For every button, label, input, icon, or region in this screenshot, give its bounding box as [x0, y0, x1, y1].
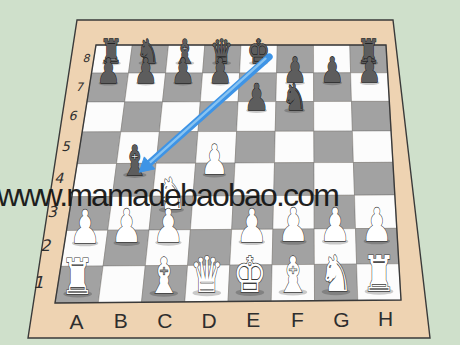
square-g4[interactable] — [314, 163, 355, 196]
square-g6[interactable] — [314, 101, 353, 131]
file-label-C: C — [157, 309, 172, 332]
piece-black-knight-f6[interactable]: ♞ — [282, 76, 307, 119]
file-label-G: G — [333, 308, 349, 331]
piece-white-rook-a1[interactable]: ♜ — [61, 247, 95, 304]
rank-label-4: 4 — [54, 170, 64, 186]
piece-white-rook-h1[interactable]: ♜ — [362, 245, 396, 302]
piece-white-pawn-d4[interactable]: ♟ — [200, 136, 228, 184]
chess-board: 87654321ABCDEFGH♜♞♝♛♚♜♟♟♟♟♟♟♟♟♞♝♟♞♟♟♟♟♟♟… — [0, 0, 460, 345]
rank-label-8: 8 — [83, 52, 91, 65]
piece-white-pawn-c2[interactable]: ♟ — [153, 199, 184, 253]
piece-white-bishop-c1[interactable]: ♝ — [147, 247, 181, 304]
piece-white-bishop-f1[interactable]: ♝ — [276, 245, 310, 302]
file-label-D: D — [202, 309, 217, 332]
square-h4[interactable] — [353, 162, 394, 195]
file-label-B: B — [114, 309, 128, 332]
piece-black-pawn-c7[interactable]: ♟ — [171, 51, 194, 90]
square-f5[interactable] — [275, 131, 315, 163]
piece-black-pawn-a7[interactable]: ♟ — [97, 51, 120, 90]
square-a6[interactable] — [82, 102, 125, 132]
square-b1[interactable] — [98, 266, 145, 303]
piece-white-pawn-f2[interactable]: ♟ — [278, 198, 309, 252]
chess-board-scene: 87654321ABCDEFGH♜♞♝♛♚♜♟♟♟♟♟♟♟♟♞♝♟♞♟♟♟♟♟♟… — [0, 0, 460, 345]
rank-label-1: 1 — [33, 273, 44, 292]
piece-black-pawn-e6[interactable]: ♟ — [244, 76, 269, 119]
square-h6[interactable] — [352, 101, 392, 131]
square-g5[interactable] — [314, 131, 354, 163]
file-label-A: A — [70, 310, 84, 333]
square-b6[interactable] — [121, 102, 163, 132]
file-label-F: F — [291, 308, 304, 331]
rank-label-5: 5 — [61, 139, 71, 154]
square-h5[interactable] — [352, 131, 393, 163]
square-a5[interactable] — [77, 132, 121, 164]
piece-black-pawn-h7[interactable]: ♟ — [358, 51, 381, 90]
rank-label-3: 3 — [47, 203, 58, 221]
square-a4[interactable] — [72, 164, 117, 197]
rank-label-2: 2 — [40, 236, 51, 255]
file-label-H: H — [378, 307, 393, 330]
piece-white-queen-d1[interactable]: ♛ — [190, 246, 224, 303]
file-label-E: E — [246, 308, 260, 331]
rank-label-6: 6 — [68, 108, 77, 123]
piece-black-pawn-b7[interactable]: ♟ — [134, 51, 157, 90]
square-d3[interactable] — [190, 196, 233, 230]
piece-white-knight-g1[interactable]: ♞ — [319, 245, 353, 302]
piece-black-pawn-g7[interactable]: ♟ — [321, 51, 344, 90]
square-e4[interactable] — [233, 163, 274, 196]
piece-white-pawn-a2[interactable]: ♟ — [69, 200, 100, 254]
square-e5[interactable] — [235, 131, 275, 163]
square-f4[interactable] — [274, 163, 314, 196]
piece-white-pawn-b2[interactable]: ♟ — [111, 200, 142, 254]
piece-white-king-e1[interactable]: ♚ — [233, 246, 267, 303]
piece-white-pawn-e2[interactable]: ♟ — [236, 199, 267, 253]
piece-black-pawn-d7[interactable]: ♟ — [209, 51, 232, 90]
